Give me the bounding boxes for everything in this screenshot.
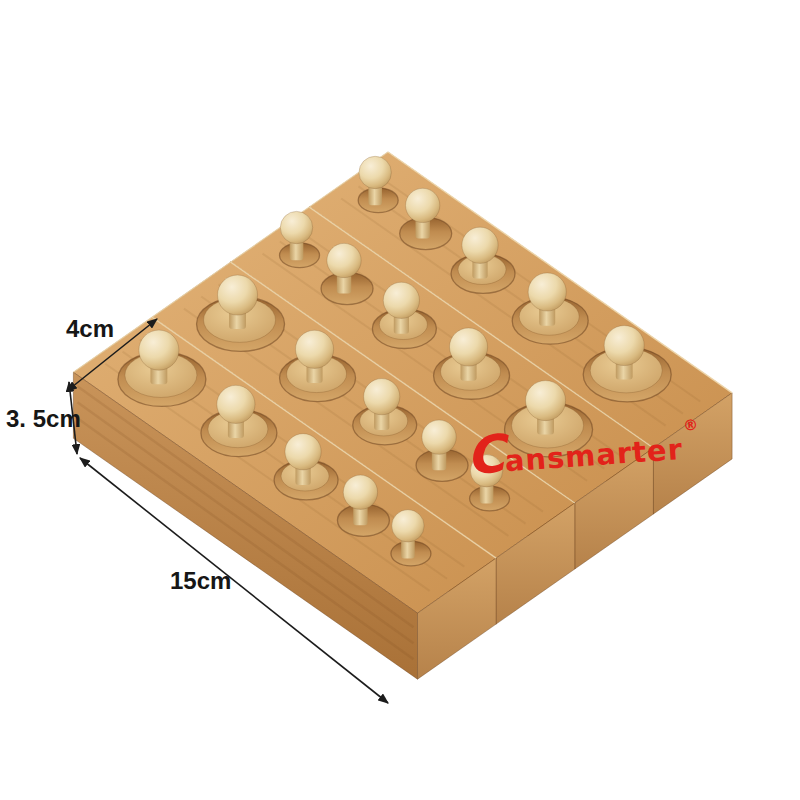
- knob: [528, 273, 566, 311]
- knob: [327, 243, 361, 277]
- knob: [139, 330, 179, 370]
- length-dimension-label: 15cm: [170, 567, 231, 594]
- knob: [285, 434, 321, 470]
- knob: [392, 510, 424, 542]
- knob: [218, 275, 258, 315]
- knob: [343, 475, 377, 509]
- knob: [406, 188, 440, 222]
- knob: [449, 328, 487, 366]
- knob: [422, 420, 456, 454]
- knob: [383, 282, 419, 318]
- knob: [364, 379, 400, 415]
- cylinder-blocks-scene: 4cm 3. 5cm 15cm: [0, 0, 800, 800]
- knob: [280, 211, 312, 243]
- knob: [604, 326, 644, 366]
- knob: [359, 156, 391, 188]
- knob: [526, 381, 566, 421]
- product-photo-stage: 4cm 3. 5cm 15cm Cansmarter®: [0, 0, 800, 800]
- knob: [462, 227, 498, 263]
- width-dimension-label: 4cm: [66, 315, 114, 342]
- knob: [295, 330, 333, 368]
- blocks-layer: [73, 152, 732, 679]
- knob: [470, 455, 502, 487]
- knob: [217, 385, 255, 423]
- height-dimension-label: 3. 5cm: [6, 405, 81, 432]
